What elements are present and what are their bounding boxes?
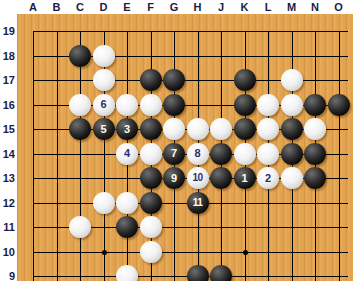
stone-G13[interactable]: 9 <box>163 167 185 189</box>
row-label-17: 17 <box>0 73 15 87</box>
stone-F13[interactable] <box>140 167 162 189</box>
stone-K14[interactable] <box>234 143 256 165</box>
move-number: 2 <box>265 173 271 184</box>
grid-line-row-10 <box>33 252 348 253</box>
stone-D16[interactable]: 6 <box>93 94 115 116</box>
stone-H9[interactable] <box>187 265 209 281</box>
stone-C11[interactable] <box>69 216 91 238</box>
row-label-14: 14 <box>0 147 15 161</box>
stone-E11[interactable] <box>116 216 138 238</box>
stone-E16[interactable] <box>116 94 138 116</box>
stone-D18[interactable] <box>93 45 115 67</box>
col-label-B: B <box>48 0 66 14</box>
col-label-J: J <box>212 0 230 14</box>
stone-G17[interactable] <box>163 69 185 91</box>
stone-K15[interactable] <box>234 118 256 140</box>
stone-C16[interactable] <box>69 94 91 116</box>
stone-M16[interactable] <box>281 94 303 116</box>
stone-H12[interactable]: 11 <box>187 192 209 214</box>
stone-E9[interactable] <box>116 265 138 281</box>
move-number: 5 <box>100 124 106 135</box>
stone-L13[interactable]: 2 <box>257 167 279 189</box>
col-label-M: M <box>283 0 301 14</box>
stone-N14[interactable] <box>304 143 326 165</box>
stone-L14[interactable] <box>257 143 279 165</box>
stone-H13[interactable]: 10 <box>187 167 209 189</box>
col-label-L: L <box>259 0 277 14</box>
stone-M15[interactable] <box>281 118 303 140</box>
stone-D15[interactable]: 5 <box>93 118 115 140</box>
grid-line-col-O <box>339 31 340 281</box>
move-number: 8 <box>194 148 200 159</box>
row-label-15: 15 <box>0 122 15 136</box>
grid-line-col-B <box>57 31 58 281</box>
stone-G15[interactable] <box>163 118 185 140</box>
row-label-13: 13 <box>0 171 15 185</box>
star-point-D10 <box>102 250 107 255</box>
row-label-16: 16 <box>0 98 15 112</box>
stone-J9[interactable] <box>210 265 232 281</box>
col-label-C: C <box>71 0 89 14</box>
stone-K16[interactable] <box>234 94 256 116</box>
move-number: 3 <box>124 124 130 135</box>
row-label-12: 12 <box>0 196 15 210</box>
stone-N13[interactable] <box>304 167 326 189</box>
stone-E12[interactable] <box>116 192 138 214</box>
move-number: 9 <box>171 173 177 184</box>
col-label-F: F <box>142 0 160 14</box>
stone-D17[interactable] <box>93 69 115 91</box>
row-label-10: 10 <box>0 245 15 259</box>
star-point-K10 <box>243 250 248 255</box>
stone-M13[interactable] <box>281 167 303 189</box>
stone-C15[interactable] <box>69 118 91 140</box>
move-number: 11 <box>193 198 203 208</box>
stone-J13[interactable] <box>210 167 232 189</box>
col-label-D: D <box>95 0 113 14</box>
col-label-N: N <box>306 0 324 14</box>
move-number: 10 <box>192 173 202 183</box>
stone-G16[interactable] <box>163 94 185 116</box>
stone-N16[interactable] <box>304 94 326 116</box>
row-label-11: 11 <box>0 220 15 234</box>
stone-K17[interactable] <box>234 69 256 91</box>
stone-L15[interactable] <box>257 118 279 140</box>
row-label-19: 19 <box>0 24 15 38</box>
stone-M17[interactable] <box>281 69 303 91</box>
grid-line-row-19 <box>33 31 348 32</box>
stone-D12[interactable] <box>93 192 115 214</box>
go-diagram: ABCDEFGHJKLMNO19181716151413121110965347… <box>0 0 353 281</box>
move-number: 6 <box>100 99 106 110</box>
stone-F15[interactable] <box>140 118 162 140</box>
col-label-O: O <box>330 0 348 14</box>
stone-J15[interactable] <box>210 118 232 140</box>
stone-J14[interactable] <box>210 143 232 165</box>
stone-L16[interactable] <box>257 94 279 116</box>
stone-F16[interactable] <box>140 94 162 116</box>
stone-E15[interactable]: 3 <box>116 118 138 140</box>
grid-line-col-C <box>80 31 81 281</box>
go-board[interactable] <box>17 14 353 281</box>
stone-F17[interactable] <box>140 69 162 91</box>
stone-H15[interactable] <box>187 118 209 140</box>
stone-N15[interactable] <box>304 118 326 140</box>
stone-O16[interactable] <box>328 94 350 116</box>
stone-F11[interactable] <box>140 216 162 238</box>
col-label-G: G <box>165 0 183 14</box>
stone-H14[interactable]: 8 <box>187 143 209 165</box>
col-label-E: E <box>118 0 136 14</box>
stone-G14[interactable]: 7 <box>163 143 185 165</box>
move-number: 7 <box>171 148 177 159</box>
stone-F12[interactable] <box>140 192 162 214</box>
move-number: 1 <box>241 173 247 184</box>
col-label-A: A <box>24 0 42 14</box>
col-label-K: K <box>236 0 254 14</box>
stone-C18[interactable] <box>69 45 91 67</box>
stone-E14[interactable]: 4 <box>116 143 138 165</box>
move-number: 4 <box>124 148 130 159</box>
col-label-H: H <box>189 0 207 14</box>
row-label-9: 9 <box>0 269 15 281</box>
stone-M14[interactable] <box>281 143 303 165</box>
grid-line-col-A <box>33 31 34 281</box>
stone-F14[interactable] <box>140 143 162 165</box>
stone-K13[interactable]: 1 <box>234 167 256 189</box>
row-label-18: 18 <box>0 49 15 63</box>
stone-F10[interactable] <box>140 241 162 263</box>
